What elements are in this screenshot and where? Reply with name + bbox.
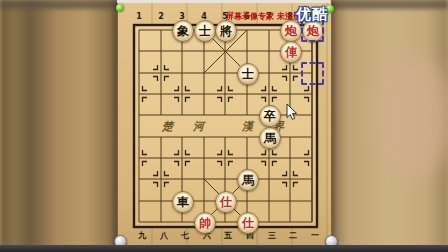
piece-black-chariot[interactable]: 車 (172, 191, 194, 213)
piece-black-horse[interactable]: 馬 (237, 169, 259, 191)
file-label: 1 (136, 13, 142, 21)
file-label: 九 (138, 232, 146, 240)
video-frame: 123456789 九八七六五四三二一 楚河 漢界 象士將炮炮俥士卒馬馬車仕帥仕… (0, 0, 448, 252)
file-label: 2 (158, 13, 164, 21)
background-left (0, 0, 118, 252)
river-label-left: 楚河 (142, 119, 224, 134)
file-label: 一 (311, 232, 319, 240)
board-top-edge (117, 0, 330, 3)
piece-red-general[interactable]: 帥 (194, 212, 216, 234)
file-label: 七 (181, 232, 189, 240)
piece-black-soldier[interactable]: 卒 (259, 105, 281, 127)
piece-black-elephant[interactable]: 象 (172, 20, 194, 42)
youku-logo: 优酷 (296, 5, 328, 24)
file-label: 八 (160, 232, 168, 240)
piece-red-advisor[interactable]: 仕 (237, 212, 259, 234)
background-blob (378, 58, 448, 176)
piece-red-chariot[interactable]: 俥 (280, 41, 302, 63)
piece-black-general[interactable]: 將 (215, 20, 237, 42)
bottom-bar (0, 245, 448, 252)
piece-black-horse[interactable]: 馬 (259, 127, 281, 149)
green-indicator-dot (116, 4, 124, 12)
piece-black-advisor[interactable]: 士 (194, 20, 216, 42)
file-label: 五 (224, 232, 232, 240)
recorder-watermark: 屏幕录像专家 未注册 (226, 12, 301, 21)
piece-black-advisor[interactable]: 士 (237, 63, 259, 85)
piece-red-advisor[interactable]: 仕 (215, 191, 237, 213)
file-label: 二 (289, 232, 297, 240)
file-label: 三 (268, 232, 276, 240)
